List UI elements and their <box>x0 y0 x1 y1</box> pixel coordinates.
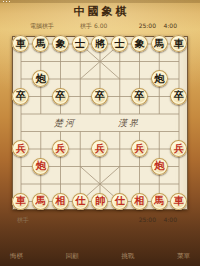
red-player-name: 棋手 <box>17 215 29 225</box>
black-player-rating: 棋手 6.00 <box>80 21 107 31</box>
piece-black-advisor[interactable]: 士 <box>72 35 89 52</box>
piece-red-advisor[interactable]: 仕 <box>72 193 89 210</box>
piece-black-chariot[interactable]: 車 <box>170 35 187 52</box>
red-clock-total: 25:00 <box>139 215 156 225</box>
piece-red-soldier[interactable]: 兵 <box>91 140 108 157</box>
piece-red-chariot[interactable]: 車 <box>12 193 29 210</box>
piece-black-soldier[interactable]: 卒 <box>91 88 108 105</box>
piece-red-general[interactable]: 帥 <box>91 193 108 210</box>
app-title: 中國象棋 <box>0 4 200 19</box>
xiangqi-board[interactable]: 楚河 漢界 車馬象士將士象馬車炮炮卒卒卒卒卒兵兵兵兵兵炮炮車馬相仕帥仕相馬車 <box>12 36 188 210</box>
piece-red-soldier[interactable]: 兵 <box>52 140 69 157</box>
red-clock-move: 4:00 <box>164 215 177 225</box>
piece-red-horse[interactable]: 馬 <box>151 193 168 210</box>
piece-red-soldier[interactable]: 兵 <box>170 140 187 157</box>
black-player-name: 電腦棋手 <box>30 21 54 31</box>
piece-red-cannon[interactable]: 炮 <box>32 158 49 175</box>
piece-black-soldier[interactable]: 卒 <box>170 88 187 105</box>
black-clock-move: 4:00 <box>164 21 177 31</box>
undo-button[interactable]: 悔棋 <box>10 252 23 261</box>
piece-black-horse[interactable]: 馬 <box>32 35 49 52</box>
piece-black-elephant[interactable]: 象 <box>52 35 69 52</box>
bottom-toolbar: 悔棋 回顧 挑戰 菜單 <box>0 248 200 264</box>
piece-black-cannon[interactable]: 炮 <box>32 70 49 87</box>
piece-red-advisor[interactable]: 仕 <box>111 193 128 210</box>
black-player-info-row: 電腦棋手 棋手 6.00 25:00 4:00 <box>0 21 200 31</box>
piece-black-soldier[interactable]: 卒 <box>131 88 148 105</box>
menu-button[interactable]: 菜單 <box>177 252 190 261</box>
piece-black-cannon[interactable]: 炮 <box>151 70 168 87</box>
red-player-info-row: 棋手 25:00 4:00 <box>0 215 200 225</box>
piece-black-advisor[interactable]: 士 <box>111 35 128 52</box>
piece-black-chariot[interactable]: 車 <box>12 35 29 52</box>
piece-red-cannon[interactable]: 炮 <box>151 158 168 175</box>
piece-red-elephant[interactable]: 相 <box>52 193 69 210</box>
app-screen: 中國象棋 電腦棋手 棋手 6.00 25:00 4:00 楚河 漢界 車馬象士將… <box>0 0 200 266</box>
piece-black-elephant[interactable]: 象 <box>131 35 148 52</box>
piece-red-horse[interactable]: 馬 <box>32 193 49 210</box>
challenge-button[interactable]: 挑戰 <box>121 252 134 261</box>
pieces-layer: 車馬象士將士象馬車炮炮卒卒卒卒卒兵兵兵兵兵炮炮車馬相仕帥仕相馬車 <box>11 35 189 210</box>
piece-red-soldier[interactable]: 兵 <box>131 140 148 157</box>
piece-black-soldier[interactable]: 卒 <box>52 88 69 105</box>
piece-black-general[interactable]: 將 <box>91 35 108 52</box>
piece-black-soldier[interactable]: 卒 <box>12 88 29 105</box>
piece-red-soldier[interactable]: 兵 <box>12 140 29 157</box>
black-clock-total: 25:00 <box>139 21 156 31</box>
status-bar <box>0 0 200 3</box>
piece-black-horse[interactable]: 馬 <box>151 35 168 52</box>
piece-red-elephant[interactable]: 相 <box>131 193 148 210</box>
review-button[interactable]: 回顧 <box>66 252 79 261</box>
piece-red-chariot[interactable]: 車 <box>170 193 187 210</box>
